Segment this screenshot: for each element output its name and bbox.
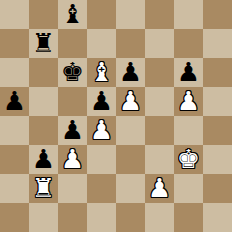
- square-b2[interactable]: ♜: [29, 174, 58, 203]
- square-f3[interactable]: [145, 145, 174, 174]
- square-g5[interactable]: ♟: [174, 87, 203, 116]
- square-b8[interactable]: [29, 0, 58, 29]
- square-e5[interactable]: ♟: [116, 87, 145, 116]
- square-c6[interactable]: ♚: [58, 58, 87, 87]
- chess-board: ♝♜♚♝♟♟♟♟♟♟♟♟♟♟♚♜♟: [0, 0, 232, 232]
- black-pawn-g6[interactable]: ♟: [174, 58, 203, 87]
- square-g1[interactable]: [174, 203, 203, 232]
- black-king-c6[interactable]: ♚: [58, 58, 87, 87]
- square-a1[interactable]: [0, 203, 29, 232]
- black-pawn-c4[interactable]: ♟: [58, 116, 87, 145]
- square-e1[interactable]: [116, 203, 145, 232]
- square-c7[interactable]: [58, 29, 87, 58]
- square-h6[interactable]: [203, 58, 232, 87]
- square-b7[interactable]: ♜: [29, 29, 58, 58]
- square-b5[interactable]: [29, 87, 58, 116]
- square-c1[interactable]: [58, 203, 87, 232]
- square-f6[interactable]: [145, 58, 174, 87]
- square-c4[interactable]: ♟: [58, 116, 87, 145]
- square-f5[interactable]: [145, 87, 174, 116]
- square-d2[interactable]: [87, 174, 116, 203]
- square-h8[interactable]: [203, 0, 232, 29]
- square-b3[interactable]: ♟: [29, 145, 58, 174]
- square-a6[interactable]: [0, 58, 29, 87]
- square-c8[interactable]: ♝: [58, 0, 87, 29]
- square-d7[interactable]: [87, 29, 116, 58]
- square-d3[interactable]: [87, 145, 116, 174]
- square-d1[interactable]: [87, 203, 116, 232]
- square-f8[interactable]: [145, 0, 174, 29]
- square-c5[interactable]: [58, 87, 87, 116]
- square-a2[interactable]: [0, 174, 29, 203]
- square-c2[interactable]: [58, 174, 87, 203]
- white-pawn-d4[interactable]: ♟: [87, 116, 116, 145]
- square-h7[interactable]: [203, 29, 232, 58]
- square-a3[interactable]: [0, 145, 29, 174]
- square-f7[interactable]: [145, 29, 174, 58]
- square-c3[interactable]: ♟: [58, 145, 87, 174]
- white-rook-b2[interactable]: ♜: [29, 174, 58, 203]
- square-e7[interactable]: [116, 29, 145, 58]
- square-g4[interactable]: [174, 116, 203, 145]
- white-pawn-g5[interactable]: ♟: [174, 87, 203, 116]
- square-g8[interactable]: [174, 0, 203, 29]
- white-pawn-c3[interactable]: ♟: [58, 145, 87, 174]
- white-bishop-d6[interactable]: ♝: [87, 58, 116, 87]
- square-b4[interactable]: [29, 116, 58, 145]
- black-bishop-c8[interactable]: ♝: [58, 0, 87, 29]
- square-a4[interactable]: [0, 116, 29, 145]
- square-a7[interactable]: [0, 29, 29, 58]
- square-e8[interactable]: [116, 0, 145, 29]
- square-d5[interactable]: ♟: [87, 87, 116, 116]
- white-king-g3[interactable]: ♚: [174, 145, 203, 174]
- square-f4[interactable]: [145, 116, 174, 145]
- black-pawn-b3[interactable]: ♟: [29, 145, 58, 174]
- square-d4[interactable]: ♟: [87, 116, 116, 145]
- square-b1[interactable]: [29, 203, 58, 232]
- square-h2[interactable]: [203, 174, 232, 203]
- square-a5[interactable]: ♟: [0, 87, 29, 116]
- black-pawn-d5[interactable]: ♟: [87, 87, 116, 116]
- black-pawn-a5[interactable]: ♟: [0, 87, 29, 116]
- square-e6[interactable]: ♟: [116, 58, 145, 87]
- square-h3[interactable]: [203, 145, 232, 174]
- square-e2[interactable]: [116, 174, 145, 203]
- square-e3[interactable]: [116, 145, 145, 174]
- square-d8[interactable]: [87, 0, 116, 29]
- square-e4[interactable]: [116, 116, 145, 145]
- black-rook-b7[interactable]: ♜: [29, 29, 58, 58]
- square-g2[interactable]: [174, 174, 203, 203]
- square-g7[interactable]: [174, 29, 203, 58]
- black-pawn-e6[interactable]: ♟: [116, 58, 145, 87]
- square-h4[interactable]: [203, 116, 232, 145]
- white-pawn-e5[interactable]: ♟: [116, 87, 145, 116]
- square-h1[interactable]: [203, 203, 232, 232]
- square-g6[interactable]: ♟: [174, 58, 203, 87]
- square-b6[interactable]: [29, 58, 58, 87]
- square-a8[interactable]: [0, 0, 29, 29]
- square-d6[interactable]: ♝: [87, 58, 116, 87]
- square-f2[interactable]: ♟: [145, 174, 174, 203]
- square-h5[interactable]: [203, 87, 232, 116]
- white-pawn-f2[interactable]: ♟: [145, 174, 174, 203]
- square-f1[interactable]: [145, 203, 174, 232]
- square-g3[interactable]: ♚: [174, 145, 203, 174]
